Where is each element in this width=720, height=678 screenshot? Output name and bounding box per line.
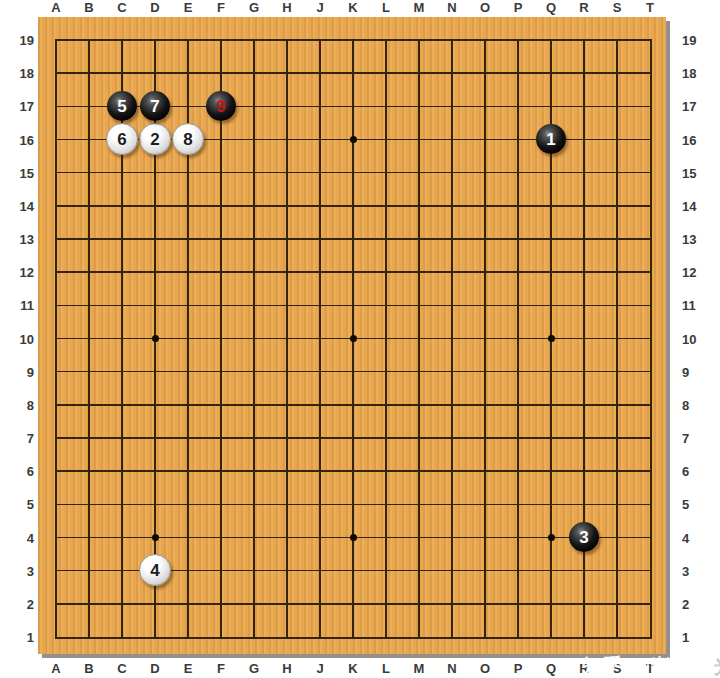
row-label-left: 13 [8, 232, 34, 247]
column-label-bottom: K [348, 661, 357, 676]
column-label-top: R [579, 0, 588, 15]
row-label-left: 6 [8, 464, 34, 479]
stone-black-q16: 1 [536, 124, 566, 154]
row-label-right: 17 [682, 99, 696, 114]
row-label-right: 9 [682, 364, 689, 379]
column-label-bottom: N [447, 661, 456, 676]
column-label-bottom: F [217, 661, 225, 676]
stone-black-r4: 3 [569, 522, 599, 552]
row-label-right: 6 [682, 464, 689, 479]
row-label-left: 19 [8, 33, 34, 48]
move-number: 5 [117, 98, 126, 115]
row-label-left: 18 [8, 66, 34, 81]
row-label-right: 7 [682, 431, 689, 446]
stone-black-d17: 7 [140, 91, 170, 121]
board-intersection [139, 322, 172, 355]
row-label-left: 17 [8, 99, 34, 114]
move-number: 8 [183, 131, 192, 148]
board-intersection: 9 [205, 90, 238, 123]
column-label-bottom: G [249, 661, 259, 676]
stone-white-d16: 2 [139, 123, 171, 155]
column-label-bottom: P [514, 661, 523, 676]
row-label-left: 7 [8, 431, 34, 446]
star-point [350, 534, 357, 541]
column-label-top: A [51, 0, 60, 15]
row-label-right: 2 [682, 596, 689, 611]
column-label-top: M [414, 0, 425, 15]
column-label-bottom: D [150, 661, 159, 676]
row-label-left: 1 [8, 630, 34, 645]
move-number: 3 [579, 529, 588, 546]
row-label-right: 16 [682, 132, 696, 147]
row-label-right: 3 [682, 563, 689, 578]
board-intersection [535, 322, 568, 355]
row-label-right: 11 [682, 298, 696, 313]
row-label-right: 19 [682, 33, 696, 48]
board-intersection [535, 521, 568, 554]
column-label-top: K [348, 0, 357, 15]
column-label-top: P [514, 0, 523, 15]
column-label-top: L [382, 0, 390, 15]
board-intersection: 7 [139, 90, 172, 123]
move-number: 9 [216, 98, 225, 115]
row-label-right: 1 [682, 630, 689, 645]
row-label-left: 10 [8, 331, 34, 346]
board-intersection [139, 521, 172, 554]
column-label-top: E [184, 0, 193, 15]
row-label-left: 2 [8, 596, 34, 611]
column-label-bottom: B [84, 661, 93, 676]
column-label-bottom: J [316, 661, 323, 676]
row-label-left: 4 [8, 530, 34, 545]
column-label-top: C [117, 0, 126, 15]
column-label-top: Q [546, 0, 556, 15]
stone-black-f17: 9 [206, 91, 236, 121]
row-label-right: 8 [682, 397, 689, 412]
board-intersection [337, 123, 370, 156]
column-label-top: T [646, 0, 654, 15]
watermark-text-clipped: 光 [714, 655, 720, 677]
star-point [350, 335, 357, 342]
column-label-bottom: L [382, 661, 390, 676]
column-label-bottom: O [480, 661, 490, 676]
board-intersection: 5 [106, 90, 139, 123]
column-label-bottom: Q [546, 661, 556, 676]
column-label-top: J [316, 0, 323, 15]
row-label-left: 5 [8, 497, 34, 512]
row-label-left: 8 [8, 397, 34, 412]
watermark-text: 知乎 @逝时若 [582, 655, 714, 677]
row-label-right: 15 [682, 165, 696, 180]
row-label-right: 4 [682, 530, 689, 545]
star-point [152, 534, 159, 541]
row-label-left: 11 [8, 298, 34, 313]
column-label-bottom: M [414, 661, 425, 676]
column-label-top: D [150, 0, 159, 15]
stone-white-e16: 8 [172, 123, 204, 155]
star-point [548, 534, 555, 541]
column-label-top: N [447, 0, 456, 15]
move-number: 7 [150, 98, 159, 115]
row-label-right: 10 [682, 331, 696, 346]
row-label-left: 15 [8, 165, 34, 180]
row-label-right: 5 [682, 497, 689, 512]
board-intersection: 4 [139, 554, 172, 587]
move-number: 2 [150, 131, 159, 148]
column-label-top: G [249, 0, 259, 15]
star-point [548, 335, 555, 342]
column-label-top: F [217, 0, 225, 15]
column-label-bottom: A [51, 661, 60, 676]
row-label-left: 9 [8, 364, 34, 379]
column-label-top: B [84, 0, 93, 15]
row-label-right: 14 [682, 198, 696, 213]
star-point [350, 136, 357, 143]
stone-black-c17: 5 [107, 91, 137, 121]
column-label-top: H [282, 0, 291, 15]
row-label-right: 18 [682, 66, 696, 81]
go-diagram-page: ABCDEFGHJKLMNOPQRST ABCDEFGHJKLMNOPQRST … [0, 0, 720, 678]
board-intersection: 1 [535, 123, 568, 156]
row-label-left: 16 [8, 132, 34, 147]
row-label-right: 12 [682, 265, 696, 280]
column-label-top: S [613, 0, 622, 15]
go-board: 123456789 知乎 @逝时若光 [38, 17, 666, 654]
column-label-top: O [480, 0, 490, 15]
column-label-bottom: C [117, 661, 126, 676]
board-intersection: 3 [568, 521, 601, 554]
column-label-bottom: H [282, 661, 291, 676]
row-label-left: 12 [8, 265, 34, 280]
move-number: 1 [546, 131, 555, 148]
play-grid: 123456789 [40, 23, 667, 653]
column-label-bottom: E [184, 661, 193, 676]
board-intersection: 2 [139, 123, 172, 156]
row-label-right: 13 [682, 232, 696, 247]
move-number: 4 [150, 562, 159, 579]
star-point [152, 335, 159, 342]
board-intersection: 6 [106, 123, 139, 156]
stone-white-c16: 6 [106, 123, 138, 155]
move-number: 6 [117, 131, 126, 148]
stone-white-d3: 4 [139, 554, 171, 586]
board-intersection: 8 [172, 123, 205, 156]
watermark: 知乎 @逝时若光 [582, 653, 720, 678]
board-intersection [337, 322, 370, 355]
board-intersection [337, 521, 370, 554]
row-label-left: 14 [8, 198, 34, 213]
row-label-left: 3 [8, 563, 34, 578]
